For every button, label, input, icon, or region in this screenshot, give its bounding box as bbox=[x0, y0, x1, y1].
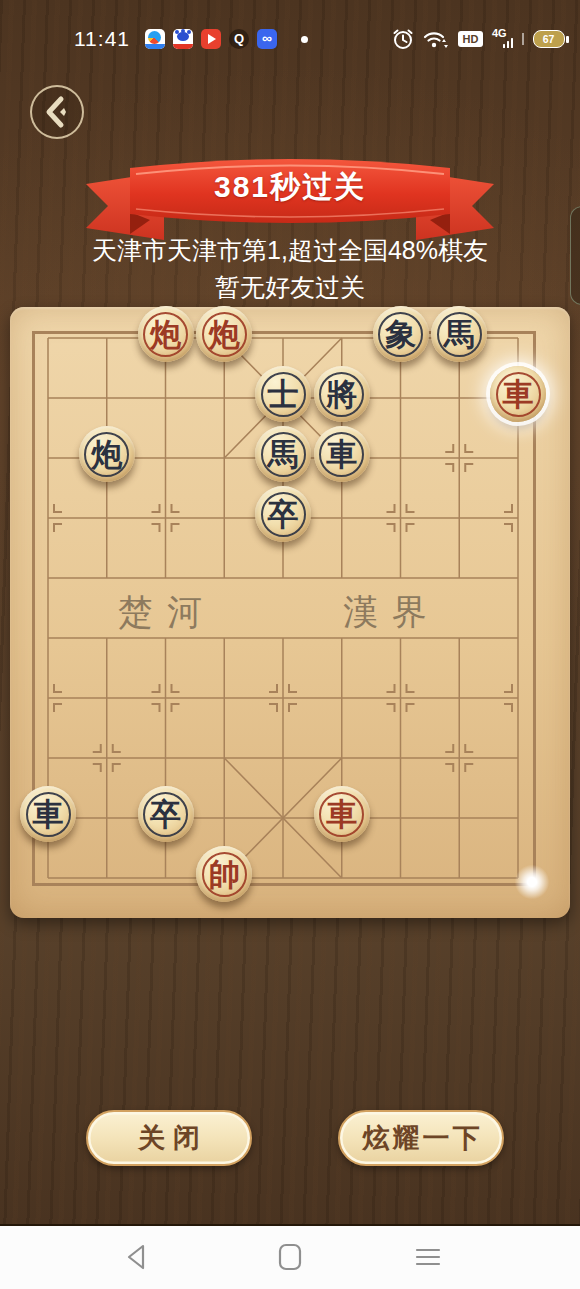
board-point-r7c4[interactable] bbox=[195, 668, 254, 728]
board-point-r1c2[interactable] bbox=[77, 308, 136, 368]
nav-menu-icon[interactable] bbox=[415, 1242, 441, 1272]
piece-black-r4c5[interactable]: 卒 bbox=[255, 486, 311, 542]
board-point-r3c8[interactable] bbox=[430, 428, 489, 488]
board-point-r10c1[interactable] bbox=[19, 848, 78, 908]
board-point-r6c5[interactable] bbox=[254, 608, 313, 668]
board-point-r3c1[interactable] bbox=[19, 428, 78, 488]
battery-percent: 67 bbox=[533, 30, 565, 48]
board-point-r2c7[interactable] bbox=[371, 368, 430, 428]
piece-glyph: 卒 bbox=[138, 786, 194, 842]
back-button[interactable] bbox=[30, 85, 84, 139]
board-point-r6c1[interactable] bbox=[19, 608, 78, 668]
network-4g-icon: 4G bbox=[492, 29, 513, 49]
piece-red-r1c4[interactable]: 炮 bbox=[196, 306, 252, 362]
piece-glyph: 炮 bbox=[196, 306, 252, 362]
board-point-r8c2[interactable] bbox=[77, 728, 136, 788]
xiangqi-board: 楚河 漢界 炮炮象馬士將車炮馬車卒車卒車帥 bbox=[10, 307, 570, 918]
battery-icon: 67 bbox=[533, 30, 569, 48]
board-point-r4c7[interactable] bbox=[371, 488, 430, 548]
piece-glyph: 車 bbox=[20, 786, 76, 842]
wifi-icon bbox=[423, 28, 449, 50]
board-point-r2c3[interactable] bbox=[136, 368, 195, 428]
board-point-r6c6[interactable] bbox=[312, 608, 371, 668]
board-point-r5c5[interactable] bbox=[254, 548, 313, 608]
friend-text: 暂无好友过关 bbox=[0, 271, 580, 304]
board-point-r9c7[interactable] bbox=[371, 788, 430, 848]
board-point-r6c2[interactable] bbox=[77, 608, 136, 668]
board-point-r8c4[interactable] bbox=[195, 728, 254, 788]
board-point-r2c1[interactable] bbox=[19, 368, 78, 428]
board-point-r9c9[interactable] bbox=[489, 788, 548, 848]
piece-red-r10c4[interactable]: 帥 bbox=[196, 846, 252, 902]
piece-red-r1c3[interactable]: 炮 bbox=[138, 306, 194, 362]
board-point-r6c7[interactable] bbox=[371, 608, 430, 668]
piece-red-r2c9[interactable]: 車 bbox=[490, 366, 546, 422]
status-bar: 11:41 Q ∞ HD 4G bbox=[0, 0, 580, 60]
board-point-r10c2[interactable] bbox=[77, 848, 136, 908]
board-point-r8c3[interactable] bbox=[136, 728, 195, 788]
board-point-r9c5[interactable] bbox=[254, 788, 313, 848]
board-point-r1c1[interactable] bbox=[19, 308, 78, 368]
piece-black-r1c7[interactable]: 象 bbox=[373, 306, 429, 362]
piece-black-r2c5[interactable]: 士 bbox=[255, 366, 311, 422]
board-point-r1c5[interactable] bbox=[254, 308, 313, 368]
piece-glyph: 士 bbox=[255, 366, 311, 422]
board-point-r3c3[interactable] bbox=[136, 428, 195, 488]
piece-glyph: 炮 bbox=[138, 306, 194, 362]
board-point-r6c3[interactable] bbox=[136, 608, 195, 668]
q-app-icon: Q bbox=[229, 29, 249, 49]
tencent-video-icon bbox=[145, 29, 165, 49]
close-button[interactable]: 关闭 bbox=[86, 1110, 252, 1166]
nav-back-icon[interactable] bbox=[124, 1242, 150, 1272]
board-point-r10c5[interactable] bbox=[254, 848, 313, 908]
board-point-r8c1[interactable] bbox=[19, 728, 78, 788]
board-point-r8c5[interactable] bbox=[254, 728, 313, 788]
system-icons: HD 4G 67 bbox=[392, 27, 569, 51]
board-point-r6c8[interactable] bbox=[430, 608, 489, 668]
hd-badge: HD bbox=[458, 31, 483, 47]
back-chevron-icon bbox=[32, 87, 82, 137]
board-point-r9c4[interactable] bbox=[195, 788, 254, 848]
video-play-icon bbox=[201, 29, 221, 49]
piece-black-r9c1[interactable]: 車 bbox=[20, 786, 76, 842]
board-point-r5c9[interactable] bbox=[489, 548, 548, 608]
board-point-r2c4[interactable] bbox=[195, 368, 254, 428]
board-point-r3c7[interactable] bbox=[371, 428, 430, 488]
piece-glyph: 將 bbox=[314, 366, 370, 422]
nav-home-icon[interactable] bbox=[277, 1242, 303, 1272]
ribbon-title: 381秒过关 bbox=[130, 169, 450, 205]
board-point-r7c1[interactable] bbox=[19, 668, 78, 728]
board-point-r4c4[interactable] bbox=[195, 488, 254, 548]
board-point-r4c1[interactable] bbox=[19, 488, 78, 548]
board-point-r8c7[interactable] bbox=[371, 728, 430, 788]
board-point-r7c3[interactable] bbox=[136, 668, 195, 728]
piece-glyph: 卒 bbox=[255, 486, 311, 542]
piece-glyph: 馬 bbox=[431, 306, 487, 362]
board-point-r7c2[interactable] bbox=[77, 668, 136, 728]
board-point-r1c9[interactable] bbox=[489, 308, 548, 368]
board-point-r7c9[interactable] bbox=[489, 668, 548, 728]
board-point-r4c8[interactable] bbox=[430, 488, 489, 548]
board-point-r10c6[interactable] bbox=[312, 848, 371, 908]
glow-dot bbox=[514, 864, 550, 900]
piece-black-r9c3[interactable]: 卒 bbox=[138, 786, 194, 842]
board-point-r6c9[interactable] bbox=[489, 608, 548, 668]
board-point-r4c3[interactable] bbox=[136, 488, 195, 548]
piece-glyph: 帥 bbox=[196, 846, 252, 902]
board-point-r8c9[interactable] bbox=[489, 728, 548, 788]
piece-black-r1c8[interactable]: 馬 bbox=[431, 306, 487, 362]
piece-black-r3c6[interactable]: 車 bbox=[314, 426, 370, 482]
co-app-icon: ∞ bbox=[257, 29, 277, 49]
board-point-r5c6[interactable] bbox=[312, 548, 371, 608]
brag-button[interactable]: 炫耀一下 bbox=[338, 1110, 504, 1166]
piece-glyph: 馬 bbox=[255, 426, 311, 482]
board-point-r10c7[interactable] bbox=[371, 848, 430, 908]
board-point-r5c4[interactable] bbox=[195, 548, 254, 608]
board-point-r5c3[interactable] bbox=[136, 548, 195, 608]
board-point-r10c8[interactable] bbox=[430, 848, 489, 908]
piece-black-r3c5[interactable]: 馬 bbox=[255, 426, 311, 482]
rank-text: 天津市天津市第1,超过全国48%棋友 bbox=[0, 234, 580, 267]
board-point-r9c8[interactable] bbox=[430, 788, 489, 848]
board-point-r2c2[interactable] bbox=[77, 368, 136, 428]
baidu-icon bbox=[173, 29, 193, 49]
notification-dot-icon bbox=[301, 36, 308, 43]
piece-glyph: 車 bbox=[314, 426, 370, 482]
board-point-r5c8[interactable] bbox=[430, 548, 489, 608]
board-point-r7c6[interactable] bbox=[312, 668, 371, 728]
board-point-r5c1[interactable] bbox=[19, 548, 78, 608]
board-point-r7c7[interactable] bbox=[371, 668, 430, 728]
status-divider bbox=[522, 33, 524, 45]
board-point-r2c8[interactable] bbox=[430, 368, 489, 428]
board-point-r8c8[interactable] bbox=[430, 728, 489, 788]
piece-red-r9c6[interactable]: 車 bbox=[314, 786, 370, 842]
board-point-r4c2[interactable] bbox=[77, 488, 136, 548]
board-point-r5c7[interactable] bbox=[371, 548, 430, 608]
board-point-r7c5[interactable] bbox=[254, 668, 313, 728]
notification-icons: Q ∞ bbox=[145, 29, 308, 49]
piece-glyph: 象 bbox=[373, 306, 429, 362]
piece-glyph: 車 bbox=[490, 366, 546, 422]
board-point-r9c2[interactable] bbox=[77, 788, 136, 848]
board-point-r4c9[interactable] bbox=[489, 488, 548, 548]
board-point-r4c6[interactable] bbox=[312, 488, 371, 548]
piece-glyph: 車 bbox=[314, 786, 370, 842]
board-point-r5c2[interactable] bbox=[77, 548, 136, 608]
board-point-r8c6[interactable] bbox=[312, 728, 371, 788]
alarm-clock-icon bbox=[392, 27, 414, 51]
clock-time: 11:41 bbox=[74, 27, 130, 51]
board-point-r7c8[interactable] bbox=[430, 668, 489, 728]
board-point-r1c6[interactable] bbox=[312, 308, 371, 368]
piece-glyph: 炮 bbox=[79, 426, 135, 482]
board-point-r10c3[interactable] bbox=[136, 848, 195, 908]
board-point-r3c4[interactable] bbox=[195, 428, 254, 488]
board-point-r3c9[interactable] bbox=[489, 428, 548, 488]
screen: 11:41 Q ∞ HD 4G bbox=[0, 0, 580, 1289]
android-nav-bar bbox=[0, 1224, 580, 1289]
piece-black-r3c2[interactable]: 炮 bbox=[79, 426, 135, 482]
board-point-r6c4[interactable] bbox=[195, 608, 254, 668]
piece-black-r2c6[interactable]: 將 bbox=[314, 366, 370, 422]
